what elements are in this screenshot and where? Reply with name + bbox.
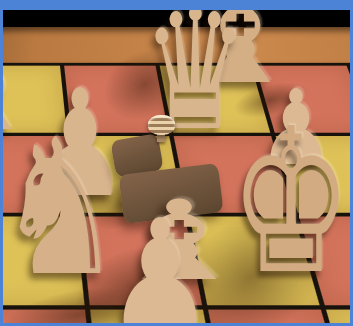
- piece-white-pawn-bottom[interactable]: ♟: [105, 200, 214, 323]
- piece-layer: ♝♝♛♟♟♞♝♚♟: [3, 10, 350, 323]
- dark-piece-knob-stem: [157, 134, 165, 142]
- app-window: { "game": "chess", "scene_description": …: [0, 0, 353, 326]
- dark-piece-knob: [148, 115, 175, 135]
- scene: ♝♝♛♟♟♞♝♚♟: [3, 10, 350, 323]
- top-bar: [0, 0, 353, 10]
- piece-white-lion-king[interactable]: ♚: [230, 102, 350, 302]
